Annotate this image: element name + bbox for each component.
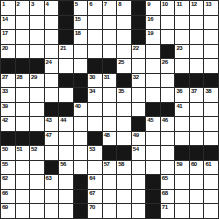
- grid-cell[interactable]: 23: [175, 45, 189, 59]
- clue-number: 2: [17, 1, 20, 8]
- grid-cell[interactable]: 68: [161, 190, 175, 204]
- clue-number: 24: [46, 59, 52, 66]
- grid-cell[interactable]: [161, 16, 175, 30]
- clue-number: 53: [89, 146, 95, 153]
- grid-cell[interactable]: [59, 146, 73, 160]
- clue-number: 16: [147, 16, 153, 23]
- grid-cell[interactable]: [190, 117, 204, 131]
- grid-cell[interactable]: [146, 74, 160, 88]
- grid-cell[interactable]: 17: [1, 30, 15, 44]
- grid-cell[interactable]: [190, 30, 204, 44]
- grid-cell[interactable]: 27: [1, 74, 15, 88]
- grid-cell[interactable]: [132, 88, 146, 102]
- grid-cell[interactable]: [190, 45, 204, 59]
- grid-cell[interactable]: [175, 190, 189, 204]
- clue-number: 19: [147, 30, 153, 37]
- black-cell: [190, 74, 204, 88]
- grid-cell[interactable]: [74, 117, 88, 131]
- grid-cell[interactable]: [45, 146, 59, 160]
- black-cell: [132, 30, 146, 44]
- clue-number: 14: [2, 16, 8, 23]
- grid-cell[interactable]: [146, 45, 160, 59]
- clue-number: 11: [176, 1, 181, 8]
- grid-cell[interactable]: 44: [59, 117, 73, 131]
- grid-cell[interactable]: [146, 161, 160, 175]
- grid-cell[interactable]: [161, 88, 175, 102]
- grid-cell[interactable]: [117, 103, 131, 117]
- clue-number: 33: [2, 88, 8, 95]
- grid-cell[interactable]: 50: [1, 146, 15, 160]
- grid-cell[interactable]: 36: [175, 88, 189, 102]
- grid-cell[interactable]: [175, 204, 189, 218]
- grid-cell[interactable]: [146, 88, 160, 102]
- grid-cell[interactable]: 30: [88, 74, 102, 88]
- grid-cell[interactable]: 26: [161, 59, 175, 73]
- grid-cell[interactable]: [103, 190, 117, 204]
- clue-number: 36: [176, 88, 182, 95]
- grid-cell[interactable]: [190, 103, 204, 117]
- clue-number: 64: [89, 175, 95, 182]
- clue-number: 8: [118, 1, 121, 8]
- clue-number: 28: [17, 74, 23, 81]
- black-cell: [103, 146, 117, 160]
- grid-cell[interactable]: [204, 204, 218, 218]
- clue-number: 54: [133, 146, 139, 153]
- grid-cell[interactable]: [59, 132, 73, 146]
- black-cell: [117, 146, 131, 160]
- grid-cell[interactable]: 47: [45, 132, 59, 146]
- black-cell: [59, 74, 73, 88]
- clue-number: 17: [2, 30, 8, 37]
- grid-cell[interactable]: [204, 132, 218, 146]
- grid-cell[interactable]: [74, 132, 88, 146]
- clue-number: 6: [89, 1, 92, 8]
- clue-number: 25: [118, 59, 124, 66]
- grid-cell[interactable]: 46: [161, 117, 175, 131]
- clue-number: 41: [176, 103, 182, 110]
- grid-cell[interactable]: 57: [103, 161, 117, 175]
- grid-cell[interactable]: [204, 117, 218, 131]
- clue-number: 70: [89, 204, 95, 211]
- grid-cell[interactable]: 34: [88, 88, 102, 102]
- grid-cell[interactable]: [88, 117, 102, 131]
- clue-number: 10: [162, 1, 168, 8]
- grid-cell[interactable]: 12: [190, 1, 204, 15]
- grid-cell[interactable]: [74, 45, 88, 59]
- clue-number: 1: [2, 1, 5, 8]
- grid-cell[interactable]: 45: [146, 117, 160, 131]
- grid-cell[interactable]: 28: [16, 74, 30, 88]
- clue-number: 9: [147, 1, 150, 8]
- clue-number: 15: [75, 16, 81, 23]
- grid-cell[interactable]: 40: [74, 103, 88, 117]
- clue-number: 26: [162, 59, 168, 66]
- black-cell: [175, 74, 189, 88]
- black-cell: [74, 175, 88, 189]
- grid-cell[interactable]: [161, 30, 175, 44]
- grid-cell[interactable]: [16, 45, 30, 59]
- clue-number: 52: [31, 146, 37, 153]
- grid-cell[interactable]: [103, 16, 117, 30]
- grid-cell[interactable]: [45, 16, 59, 30]
- grid-cell[interactable]: [204, 30, 218, 44]
- grid-cell[interactable]: 42: [1, 117, 15, 131]
- grid-cell[interactable]: [132, 103, 146, 117]
- black-cell: [1, 59, 15, 73]
- clue-number: 67: [89, 190, 95, 197]
- grid-cell[interactable]: 2: [16, 1, 30, 15]
- grid-cell[interactable]: 54: [132, 146, 146, 160]
- clue-number: 31: [104, 74, 110, 81]
- black-cell: [161, 45, 175, 59]
- grid-cell[interactable]: [132, 161, 146, 175]
- grid-cell[interactable]: [103, 103, 117, 117]
- clue-number: 58: [118, 161, 124, 168]
- clue-number: 47: [46, 132, 52, 139]
- grid-cell[interactable]: [175, 30, 189, 44]
- grid-cell[interactable]: [204, 175, 218, 189]
- grid-cell[interactable]: [16, 16, 30, 30]
- grid-cell[interactable]: [190, 175, 204, 189]
- grid-cell[interactable]: 69: [1, 204, 15, 218]
- black-cell: [132, 117, 146, 131]
- clue-number: 59: [176, 161, 182, 168]
- grid-cell[interactable]: [117, 190, 131, 204]
- grid-cell[interactable]: 1: [1, 1, 15, 15]
- grid-cell[interactable]: 55: [1, 161, 15, 175]
- grid-cell[interactable]: 58: [117, 161, 131, 175]
- grid-cell[interactable]: [74, 161, 88, 175]
- grid-cell[interactable]: [204, 59, 218, 73]
- grid-cell[interactable]: 31: [103, 74, 117, 88]
- grid-cell[interactable]: 37: [190, 88, 204, 102]
- grid-cell[interactable]: [103, 88, 117, 102]
- grid-cell[interactable]: 39: [1, 103, 15, 117]
- clue-number: 22: [133, 45, 139, 52]
- grid-cell[interactable]: 67: [88, 190, 102, 204]
- grid-cell[interactable]: [146, 132, 160, 146]
- grid-cell[interactable]: [204, 103, 218, 117]
- grid-cell[interactable]: [45, 204, 59, 218]
- grid-cell[interactable]: [204, 45, 218, 59]
- grid-cell[interactable]: [30, 103, 44, 117]
- clue-number: 3: [31, 1, 34, 8]
- grid-cell[interactable]: [59, 204, 73, 218]
- grid-cell[interactable]: [16, 88, 30, 102]
- grid-cell[interactable]: [175, 59, 189, 73]
- grid-cell[interactable]: [103, 175, 117, 189]
- grid-cell[interactable]: [117, 45, 131, 59]
- grid-cell[interactable]: [175, 175, 189, 189]
- black-cell: [74, 190, 88, 204]
- grid-cell[interactable]: [30, 117, 44, 131]
- grid-cell[interactable]: [175, 16, 189, 30]
- grid-cell[interactable]: 16: [146, 16, 160, 30]
- clue-number: 71: [162, 204, 168, 211]
- grid-cell[interactable]: [132, 190, 146, 204]
- clue-number: 29: [31, 74, 37, 81]
- clue-number: 46: [162, 117, 168, 124]
- grid-cell[interactable]: [16, 117, 30, 131]
- grid-cell[interactable]: 49: [132, 132, 146, 146]
- grid-cell[interactable]: [30, 161, 44, 175]
- grid-cell[interactable]: [59, 175, 73, 189]
- grid-cell[interactable]: [117, 132, 131, 146]
- grid-cell[interactable]: 25: [117, 59, 131, 73]
- grid-cell[interactable]: [175, 132, 189, 146]
- grid-cell[interactable]: 7: [103, 1, 117, 15]
- grid-cell[interactable]: 71: [161, 204, 175, 218]
- grid-cell[interactable]: 41: [175, 103, 189, 117]
- clue-number: 21: [60, 45, 66, 52]
- clue-number: 44: [60, 117, 66, 124]
- clue-number: 50: [2, 146, 8, 153]
- grid-cell[interactable]: [103, 117, 117, 131]
- grid-cell[interactable]: 53: [88, 146, 102, 160]
- grid-cell[interactable]: [161, 146, 175, 160]
- grid-cell[interactable]: 19: [146, 30, 160, 44]
- black-cell: [204, 74, 218, 88]
- grid-cell[interactable]: [204, 190, 218, 204]
- grid-cell[interactable]: [117, 30, 131, 44]
- grid-cell[interactable]: 52: [30, 146, 44, 160]
- grid-cell[interactable]: 15: [74, 16, 88, 30]
- grid-cell[interactable]: [16, 190, 30, 204]
- grid-cell[interactable]: 32: [132, 74, 146, 88]
- grid-cell[interactable]: [30, 88, 44, 102]
- grid-cell[interactable]: [161, 161, 175, 175]
- clue-number: 23: [176, 45, 182, 52]
- grid-cell[interactable]: [117, 16, 131, 30]
- grid-cell[interactable]: 65: [161, 175, 175, 189]
- grid-cell[interactable]: [190, 132, 204, 146]
- grid-cell[interactable]: [103, 204, 117, 218]
- grid-cell[interactable]: 63: [45, 175, 59, 189]
- grid-cell[interactable]: 21: [59, 45, 73, 59]
- clue-number: 57: [104, 161, 110, 168]
- grid-cell[interactable]: [190, 204, 204, 218]
- grid-cell[interactable]: 59: [175, 161, 189, 175]
- grid-cell[interactable]: [190, 16, 204, 30]
- grid-cell[interactable]: 14: [1, 16, 15, 30]
- black-cell: [88, 132, 102, 146]
- grid-cell[interactable]: 29: [30, 74, 44, 88]
- black-cell: [103, 59, 117, 73]
- grid-cell[interactable]: [59, 190, 73, 204]
- grid-cell[interactable]: 4: [45, 1, 59, 15]
- grid-cell[interactable]: 3: [30, 1, 44, 15]
- black-cell: [146, 103, 160, 117]
- grid-cell[interactable]: 56: [59, 161, 73, 175]
- black-cell: [146, 190, 160, 204]
- grid-cell[interactable]: 5: [74, 1, 88, 15]
- black-cell: [45, 103, 59, 117]
- crossword-grid: 1234567891011121314151617181920212223242…: [0, 0, 219, 219]
- clue-number: 55: [2, 161, 8, 168]
- grid-cell[interactable]: [59, 88, 73, 102]
- clue-number: 30: [89, 74, 95, 81]
- black-cell: [146, 175, 160, 189]
- grid-cell[interactable]: [88, 30, 102, 44]
- clue-number: 62: [2, 175, 8, 182]
- grid-cell[interactable]: [117, 175, 131, 189]
- grid-cell[interactable]: 62: [1, 175, 15, 189]
- grid-cell[interactable]: [117, 204, 131, 218]
- clue-number: 12: [191, 1, 197, 8]
- grid-cell[interactable]: 51: [16, 146, 30, 160]
- clue-number: 60: [191, 161, 197, 168]
- grid-cell[interactable]: 60: [190, 161, 204, 175]
- black-cell: [30, 59, 44, 73]
- black-cell: [74, 88, 88, 102]
- grid-cell[interactable]: [45, 88, 59, 102]
- grid-cell[interactable]: [190, 59, 204, 73]
- black-cell: [1, 132, 15, 146]
- grid-cell[interactable]: [204, 16, 218, 30]
- grid-cell[interactable]: 22: [132, 45, 146, 59]
- black-cell: [161, 103, 175, 117]
- clue-number: 63: [46, 175, 52, 182]
- grid-cell[interactable]: 20: [1, 45, 15, 59]
- grid-cell[interactable]: [146, 146, 160, 160]
- black-cell: [59, 1, 73, 15]
- clue-number: 42: [2, 117, 8, 124]
- grid-cell[interactable]: 13: [204, 1, 218, 15]
- grid-cell[interactable]: [146, 59, 160, 73]
- clue-number: 4: [46, 1, 49, 8]
- clue-number: 66: [2, 190, 8, 197]
- grid-cell[interactable]: 48: [103, 132, 117, 146]
- grid-cell[interactable]: 38: [204, 88, 218, 102]
- grid-cell[interactable]: [88, 16, 102, 30]
- black-cell: [74, 204, 88, 218]
- grid-cell[interactable]: 35: [117, 88, 131, 102]
- grid-cell[interactable]: [161, 132, 175, 146]
- grid-cell[interactable]: [45, 30, 59, 44]
- grid-cell[interactable]: [161, 74, 175, 88]
- grid-cell[interactable]: [16, 175, 30, 189]
- grid-cell[interactable]: [16, 161, 30, 175]
- black-cell: [190, 146, 204, 160]
- grid-cell[interactable]: [103, 30, 117, 44]
- clue-number: 45: [147, 117, 153, 124]
- grid-cell[interactable]: [117, 117, 131, 131]
- clue-number: 27: [2, 74, 8, 81]
- grid-cell[interactable]: 8: [117, 1, 131, 15]
- grid-cell[interactable]: [59, 59, 73, 73]
- clue-number: 43: [46, 117, 52, 124]
- grid-cell[interactable]: 33: [1, 88, 15, 102]
- grid-cell[interactable]: 9: [146, 1, 160, 15]
- grid-cell[interactable]: [30, 204, 44, 218]
- grid-cell[interactable]: [30, 30, 44, 44]
- clue-number: 48: [104, 132, 110, 139]
- black-cell: [132, 16, 146, 30]
- grid-cell[interactable]: [74, 59, 88, 73]
- grid-cell[interactable]: 10: [161, 1, 175, 15]
- black-cell: [146, 204, 160, 218]
- black-cell: [45, 161, 59, 175]
- grid-cell[interactable]: 66: [1, 190, 15, 204]
- grid-cell[interactable]: [175, 117, 189, 131]
- clue-number: 68: [162, 190, 168, 197]
- black-cell: [16, 132, 30, 146]
- grid-cell[interactable]: [16, 204, 30, 218]
- grid-cell[interactable]: 11: [175, 1, 189, 15]
- clue-number: 5: [75, 1, 78, 8]
- grid-cell[interactable]: [88, 103, 102, 117]
- grid-cell[interactable]: 43: [45, 117, 59, 131]
- grid-cell[interactable]: [132, 175, 146, 189]
- clue-number: 20: [2, 45, 8, 52]
- clue-number: 38: [205, 88, 211, 95]
- grid-cell[interactable]: [88, 161, 102, 175]
- clue-number: 18: [75, 30, 81, 37]
- clue-number: 40: [75, 103, 81, 110]
- grid-cell[interactable]: [45, 74, 59, 88]
- grid-cell[interactable]: [132, 59, 146, 73]
- grid-cell[interactable]: 61: [204, 161, 218, 175]
- grid-cell[interactable]: [45, 45, 59, 59]
- grid-cell[interactable]: [30, 16, 44, 30]
- black-cell: [74, 74, 88, 88]
- grid-cell[interactable]: [74, 146, 88, 160]
- black-cell: [59, 103, 73, 117]
- black-cell: [132, 1, 146, 15]
- grid-cell[interactable]: 70: [88, 204, 102, 218]
- grid-cell[interactable]: 64: [88, 175, 102, 189]
- clue-number: 56: [60, 161, 66, 168]
- clue-number: 39: [2, 103, 8, 110]
- clue-number: 7: [104, 1, 107, 8]
- grid-cell[interactable]: [30, 45, 44, 59]
- grid-cell[interactable]: [190, 190, 204, 204]
- clue-number: 13: [205, 1, 211, 8]
- clue-number: 35: [118, 88, 124, 95]
- black-cell: [59, 30, 73, 44]
- grid-cell[interactable]: 6: [88, 1, 102, 15]
- grid-cell[interactable]: [103, 45, 117, 59]
- clue-number: 51: [17, 146, 23, 153]
- grid-cell[interactable]: 24: [45, 59, 59, 73]
- grid-cell[interactable]: 18: [74, 30, 88, 44]
- black-cell: [30, 132, 44, 146]
- clue-number: 65: [162, 175, 168, 182]
- grid-cell[interactable]: [88, 45, 102, 59]
- clue-number: 49: [133, 132, 139, 139]
- black-cell: [16, 59, 30, 73]
- clue-number: 37: [191, 88, 197, 95]
- clue-number: 32: [133, 74, 139, 81]
- clue-number: 34: [89, 88, 95, 95]
- black-cell: [59, 16, 73, 30]
- black-cell: [175, 146, 189, 160]
- black-cell: [117, 74, 131, 88]
- grid-cell[interactable]: [132, 204, 146, 218]
- clue-number: 61: [205, 161, 211, 168]
- grid-cell[interactable]: [30, 175, 44, 189]
- grid-cell[interactable]: [45, 190, 59, 204]
- grid-cell[interactable]: [16, 30, 30, 44]
- black-cell: [88, 59, 102, 73]
- black-cell: [204, 146, 218, 160]
- grid-cell[interactable]: [30, 190, 44, 204]
- grid-cell[interactable]: [16, 103, 30, 117]
- clue-number: 69: [2, 204, 8, 211]
